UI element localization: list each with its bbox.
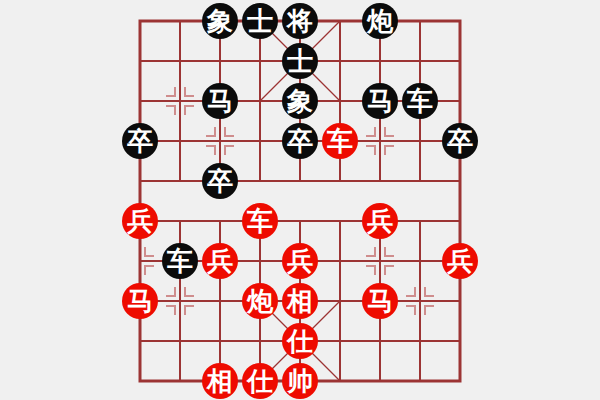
board-point[interactable]: 马 xyxy=(360,281,400,321)
board-point[interactable] xyxy=(160,1,200,41)
board-point[interactable]: 卒 xyxy=(120,121,160,161)
piece-black-soldier[interactable]: 卒 xyxy=(202,163,238,199)
piece-red-elephant[interactable]: 相 xyxy=(282,283,318,319)
board-point[interactable]: 仕 xyxy=(240,361,280,400)
piece-red-advisor[interactable]: 仕 xyxy=(282,323,318,359)
board-point[interactable] xyxy=(360,361,400,400)
board-point[interactable]: 士 xyxy=(240,1,280,41)
piece-red-soldier[interactable]: 兵 xyxy=(122,203,158,239)
board-point[interactable] xyxy=(160,281,200,321)
board-point[interactable] xyxy=(200,321,240,361)
board-point[interactable] xyxy=(440,1,480,41)
board-point[interactable] xyxy=(400,281,440,321)
board-point[interactable] xyxy=(240,121,280,161)
board-point[interactable] xyxy=(400,41,440,81)
board-point[interactable] xyxy=(280,201,320,241)
board-point[interactable]: 象 xyxy=(280,81,320,121)
board-point[interactable] xyxy=(440,41,480,81)
board-point[interactable] xyxy=(360,241,400,281)
piece-black-elephant[interactable]: 象 xyxy=(202,3,238,39)
piece-black-cannon[interactable]: 炮 xyxy=(362,3,398,39)
board-point[interactable]: 兵 xyxy=(440,241,480,281)
board-point[interactable] xyxy=(200,121,240,161)
board-point[interactable] xyxy=(440,81,480,121)
board-point[interactable]: 炮 xyxy=(240,281,280,321)
piece-black-soldier[interactable]: 卒 xyxy=(282,123,318,159)
board-point[interactable]: 车 xyxy=(160,241,200,281)
piece-red-soldier[interactable]: 兵 xyxy=(362,203,398,239)
piece-red-general[interactable]: 帅 xyxy=(282,363,318,399)
board-point[interactable] xyxy=(160,321,200,361)
board-point[interactable] xyxy=(200,41,240,81)
board-point[interactable] xyxy=(120,161,160,201)
board-point[interactable]: 相 xyxy=(280,281,320,321)
board-point[interactable] xyxy=(120,1,160,41)
board-point[interactable] xyxy=(120,361,160,400)
board-point[interactable]: 相 xyxy=(200,361,240,400)
board-point[interactable]: 帅 xyxy=(280,361,320,400)
board-point[interactable] xyxy=(320,1,360,41)
board-point[interactable]: 马 xyxy=(200,81,240,121)
board-point[interactable] xyxy=(160,361,200,400)
board-point[interactable]: 将 xyxy=(280,1,320,41)
board-point[interactable] xyxy=(120,41,160,81)
board-point[interactable] xyxy=(400,161,440,201)
piece-black-chariot[interactable]: 车 xyxy=(162,243,198,279)
board-point[interactable]: 炮 xyxy=(360,1,400,41)
board-point[interactable] xyxy=(160,161,200,201)
board-point[interactable] xyxy=(240,41,280,81)
board-point[interactable] xyxy=(160,81,200,121)
piece-red-horse[interactable]: 马 xyxy=(362,283,398,319)
board-point[interactable] xyxy=(400,241,440,281)
board-point[interactable] xyxy=(160,201,200,241)
board-point[interactable] xyxy=(440,161,480,201)
board-point[interactable] xyxy=(200,281,240,321)
board-point[interactable] xyxy=(320,41,360,81)
piece-black-chariot[interactable]: 车 xyxy=(402,83,438,119)
board-point[interactable]: 卒 xyxy=(280,121,320,161)
board-point[interactable] xyxy=(160,41,200,81)
board-point[interactable] xyxy=(160,121,200,161)
board-point[interactable] xyxy=(200,201,240,241)
board-point[interactable] xyxy=(240,81,280,121)
board-point[interactable] xyxy=(120,321,160,361)
board-point[interactable]: 车 xyxy=(320,121,360,161)
board-point[interactable] xyxy=(360,161,400,201)
piece-black-soldier[interactable]: 卒 xyxy=(442,123,478,159)
xiangqi-screenshot: 象士将炮士马象马车卒卒车卒卒兵车兵车兵兵兵马炮相马仕相仕帅 xyxy=(0,0,600,400)
piece-red-chariot[interactable]: 车 xyxy=(242,203,278,239)
board-point[interactable] xyxy=(360,321,400,361)
board-point[interactable]: 车 xyxy=(400,81,440,121)
piece-red-elephant[interactable]: 相 xyxy=(202,363,238,399)
board-point[interactable] xyxy=(440,281,480,321)
board-point[interactable]: 兵 xyxy=(120,201,160,241)
piece-black-advisor[interactable]: 士 xyxy=(242,3,278,39)
board-point[interactable] xyxy=(320,81,360,121)
xiangqi-board[interactable]: 象士将炮士马象马车卒卒车卒卒兵车兵车兵兵兵马炮相马仕相仕帅 xyxy=(120,1,480,400)
board-point[interactable] xyxy=(240,321,280,361)
board-point[interactable] xyxy=(120,81,160,121)
board-point[interactable] xyxy=(440,361,480,400)
board-point[interactable] xyxy=(400,201,440,241)
board-point[interactable] xyxy=(320,361,360,400)
board-point[interactable]: 兵 xyxy=(360,201,400,241)
board-point[interactable]: 车 xyxy=(240,201,280,241)
board-point[interactable] xyxy=(320,321,360,361)
piece-black-advisor[interactable]: 士 xyxy=(282,43,318,79)
piece-black-horse[interactable]: 马 xyxy=(202,83,238,119)
piece-black-horse[interactable]: 马 xyxy=(362,83,398,119)
piece-red-soldier[interactable]: 兵 xyxy=(202,243,238,279)
piece-black-soldier[interactable]: 卒 xyxy=(122,123,158,159)
board-point[interactable] xyxy=(320,201,360,241)
board-point[interactable] xyxy=(400,321,440,361)
board-point[interactable] xyxy=(280,161,320,201)
board-point[interactable] xyxy=(240,241,280,281)
board-point[interactable]: 兵 xyxy=(200,241,240,281)
board-point[interactable] xyxy=(400,361,440,400)
board-point[interactable] xyxy=(400,1,440,41)
piece-red-horse[interactable]: 马 xyxy=(122,283,158,319)
board-point[interactable]: 马 xyxy=(120,281,160,321)
piece-black-elephant[interactable]: 象 xyxy=(282,83,318,119)
piece-red-soldier[interactable]: 兵 xyxy=(442,243,478,279)
board-point[interactable] xyxy=(320,161,360,201)
board-point[interactable] xyxy=(360,121,400,161)
board-point[interactable] xyxy=(400,121,440,161)
board-point[interactable] xyxy=(360,41,400,81)
board-point[interactable] xyxy=(320,241,360,281)
board-point[interactable] xyxy=(440,321,480,361)
board-point[interactable] xyxy=(120,241,160,281)
board-point[interactable]: 卒 xyxy=(440,121,480,161)
board-point[interactable]: 象 xyxy=(200,1,240,41)
piece-red-advisor[interactable]: 仕 xyxy=(242,363,278,399)
board-point[interactable]: 兵 xyxy=(280,241,320,281)
piece-red-cannon[interactable]: 炮 xyxy=(242,283,278,319)
board-point[interactable]: 仕 xyxy=(280,321,320,361)
board-point[interactable] xyxy=(440,201,480,241)
board-point[interactable]: 马 xyxy=(360,81,400,121)
piece-red-chariot[interactable]: 车 xyxy=(322,123,358,159)
board-point[interactable] xyxy=(320,281,360,321)
piece-black-general[interactable]: 将 xyxy=(282,3,318,39)
board-point[interactable]: 士 xyxy=(280,41,320,81)
board-point[interactable]: 卒 xyxy=(200,161,240,201)
piece-red-soldier[interactable]: 兵 xyxy=(282,243,318,279)
board-point[interactable] xyxy=(240,161,280,201)
